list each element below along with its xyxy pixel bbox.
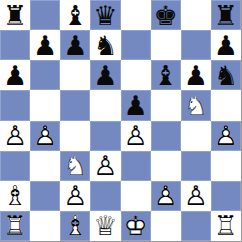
black-pawn-icon: ♟ bbox=[32, 31, 59, 60]
square-a8[interactable]: ♜ bbox=[0, 0, 30, 30]
square-e3[interactable] bbox=[121, 151, 151, 181]
white-pawn-icon: ♟♙ bbox=[152, 181, 179, 210]
black-bishop-icon: ♝ bbox=[62, 1, 89, 30]
square-g6[interactable]: ♟ bbox=[181, 60, 211, 90]
square-e4[interactable]: ♟♙ bbox=[121, 121, 151, 151]
square-f1[interactable] bbox=[151, 211, 181, 241]
black-knight-icon: ♞ bbox=[212, 61, 239, 90]
white-knight-icon: ♞♘ bbox=[62, 151, 89, 180]
white-pawn-icon: ♟♙ bbox=[92, 151, 119, 180]
black-pawn-icon: ♟ bbox=[92, 61, 119, 90]
square-a4[interactable]: ♟♙ bbox=[0, 121, 30, 151]
square-b5[interactable] bbox=[30, 90, 60, 120]
square-g1[interactable] bbox=[181, 211, 211, 241]
square-f5[interactable] bbox=[151, 90, 181, 120]
black-pawn-icon: ♟ bbox=[62, 31, 89, 60]
square-a6[interactable]: ♟ bbox=[0, 60, 30, 90]
square-g8[interactable] bbox=[181, 0, 211, 30]
black-rook-icon: ♜ bbox=[212, 1, 239, 30]
square-f7[interactable] bbox=[151, 30, 181, 60]
square-g5[interactable]: ♞♘ bbox=[181, 90, 211, 120]
white-pawn-icon: ♟♙ bbox=[182, 181, 209, 210]
white-bishop-icon: ♝♗ bbox=[2, 181, 29, 210]
square-b3[interactable] bbox=[30, 151, 60, 181]
white-bishop-icon: ♝♗ bbox=[62, 211, 89, 240]
square-a5[interactable] bbox=[0, 90, 30, 120]
square-h4[interactable]: ♟♙ bbox=[211, 121, 241, 151]
square-g7[interactable] bbox=[181, 30, 211, 60]
square-c7[interactable]: ♟ bbox=[60, 30, 90, 60]
square-f6[interactable]: ♝ bbox=[151, 60, 181, 90]
square-b8[interactable] bbox=[30, 0, 60, 30]
square-c8[interactable]: ♝ bbox=[60, 0, 90, 30]
chess-board-container: ♜♝♛♚♜♟♟♞♟♟♟♝♟♞♟♞♘♟♙♟♙♟♙♟♙♞♘♟♙♝♗♟♙♟♙♟♙♜♖♝… bbox=[0, 0, 242, 242]
square-a3[interactable] bbox=[0, 151, 30, 181]
square-f4[interactable] bbox=[151, 121, 181, 151]
square-a7[interactable] bbox=[0, 30, 30, 60]
square-e6[interactable] bbox=[121, 60, 151, 90]
square-a2[interactable]: ♝♗ bbox=[0, 181, 30, 211]
white-king-icon: ♚♔ bbox=[122, 211, 149, 240]
square-c5[interactable] bbox=[60, 90, 90, 120]
square-c4[interactable] bbox=[60, 121, 90, 151]
square-d1[interactable]: ♛♕ bbox=[90, 211, 120, 241]
square-c1[interactable]: ♝♗ bbox=[60, 211, 90, 241]
square-g4[interactable] bbox=[181, 121, 211, 151]
square-d7[interactable]: ♞ bbox=[90, 30, 120, 60]
square-c6[interactable] bbox=[60, 60, 90, 90]
black-queen-icon: ♛ bbox=[92, 1, 119, 30]
square-e5[interactable]: ♟ bbox=[121, 90, 151, 120]
square-c3[interactable]: ♞♘ bbox=[60, 151, 90, 181]
square-d4[interactable] bbox=[90, 121, 120, 151]
white-pawn-icon: ♟♙ bbox=[122, 121, 149, 150]
square-h8[interactable]: ♜ bbox=[211, 0, 241, 30]
square-h3[interactable] bbox=[211, 151, 241, 181]
square-d5[interactable] bbox=[90, 90, 120, 120]
square-d2[interactable] bbox=[90, 181, 120, 211]
square-b4[interactable]: ♟♙ bbox=[30, 121, 60, 151]
black-pawn-icon: ♟ bbox=[122, 91, 149, 120]
square-b7[interactable]: ♟ bbox=[30, 30, 60, 60]
white-queen-icon: ♛♕ bbox=[92, 211, 119, 240]
black-pawn-icon: ♟ bbox=[2, 61, 29, 90]
square-h5[interactable] bbox=[211, 90, 241, 120]
white-knight-icon: ♞♘ bbox=[182, 91, 209, 120]
square-b6[interactable] bbox=[30, 60, 60, 90]
square-d6[interactable]: ♟ bbox=[90, 60, 120, 90]
square-e1[interactable]: ♚♔ bbox=[121, 211, 151, 241]
square-a1[interactable]: ♜♖ bbox=[0, 211, 30, 241]
black-pawn-icon: ♟ bbox=[182, 61, 209, 90]
square-d3[interactable]: ♟♙ bbox=[90, 151, 120, 181]
white-rook-icon: ♜♖ bbox=[2, 211, 29, 240]
square-b1[interactable] bbox=[30, 211, 60, 241]
black-knight-icon: ♞ bbox=[92, 31, 119, 60]
square-g2[interactable]: ♟♙ bbox=[181, 181, 211, 211]
square-e7[interactable] bbox=[121, 30, 151, 60]
square-h7[interactable]: ♟ bbox=[211, 30, 241, 60]
square-f2[interactable]: ♟♙ bbox=[151, 181, 181, 211]
black-pawn-icon: ♟ bbox=[212, 31, 239, 60]
square-g3[interactable] bbox=[181, 151, 211, 181]
square-h2[interactable] bbox=[211, 181, 241, 211]
square-d8[interactable]: ♛ bbox=[90, 0, 120, 30]
white-pawn-icon: ♟♙ bbox=[32, 121, 59, 150]
white-pawn-icon: ♟♙ bbox=[2, 121, 29, 150]
white-pawn-icon: ♟♙ bbox=[62, 181, 89, 210]
white-rook-icon: ♜♖ bbox=[212, 211, 239, 240]
square-e2[interactable] bbox=[121, 181, 151, 211]
square-f8[interactable]: ♚ bbox=[151, 0, 181, 30]
white-pawn-icon: ♟♙ bbox=[212, 121, 239, 150]
square-h1[interactable]: ♜♖ bbox=[211, 211, 241, 241]
black-bishop-icon: ♝ bbox=[152, 61, 179, 90]
square-c2[interactable]: ♟♙ bbox=[60, 181, 90, 211]
square-e8[interactable] bbox=[121, 0, 151, 30]
chess-board: ♜♝♛♚♜♟♟♞♟♟♟♝♟♞♟♞♘♟♙♟♙♟♙♟♙♞♘♟♙♝♗♟♙♟♙♟♙♜♖♝… bbox=[0, 0, 241, 241]
square-f3[interactable] bbox=[151, 151, 181, 181]
black-king-icon: ♚ bbox=[152, 1, 179, 30]
square-b2[interactable] bbox=[30, 181, 60, 211]
square-h6[interactable]: ♞ bbox=[211, 60, 241, 90]
black-rook-icon: ♜ bbox=[2, 1, 29, 30]
